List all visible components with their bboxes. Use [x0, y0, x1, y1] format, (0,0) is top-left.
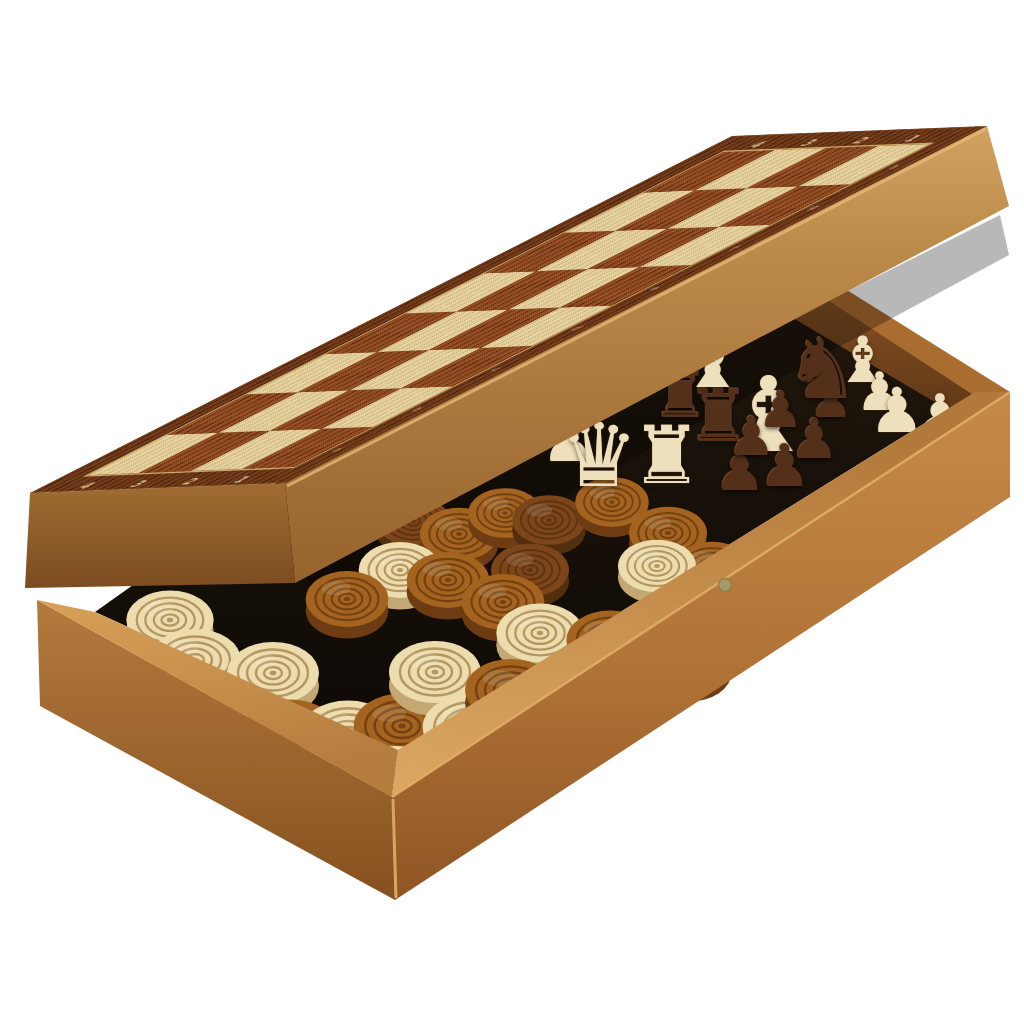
brass-pin — [719, 579, 732, 592]
product-photo-chess-checkers-box: ♟♛♜♜♜♝♝♟♟♟♟♟♟♞♝♟♟♟ 44332211abcdefgh — [0, 0, 1024, 1024]
right-outer-wall — [392, 392, 1010, 900]
right-rim-edge-highlight — [392, 392, 1010, 797]
box-walls — [0, 0, 1024, 1024]
